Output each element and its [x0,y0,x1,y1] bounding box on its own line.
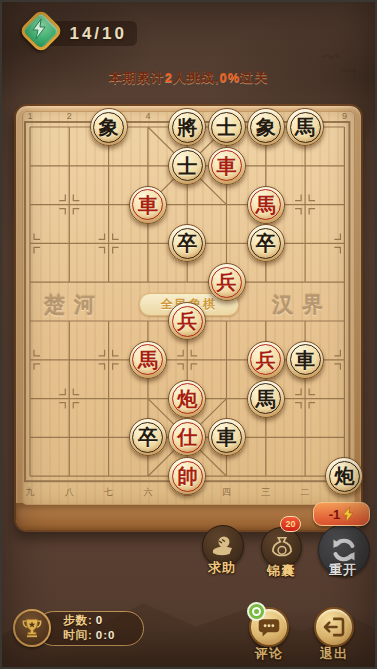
piece-black-將[interactable]: 將 [168,108,206,146]
stats-suffix: 过关 [240,70,268,85]
board-surface[interactable]: 楚河 汉界 全民象棋 123456789 九八七六五四三二一 象將士象馬士車車馬… [22,111,355,505]
piece-char: 仕 [177,427,197,447]
board-col-label: 9 [337,111,351,121]
money-bag-icon [269,534,295,561]
piece-black-象[interactable]: 象 [247,108,285,146]
exit-label: 退出 [308,645,360,663]
energy-gem-icon [17,7,61,51]
piece-red-兵[interactable]: 兵 [168,302,206,340]
restart-cost-value: -1 [329,507,341,522]
piece-red-馬[interactable]: 馬 [129,341,167,379]
board-row-label: 七 [102,486,116,499]
exit-door-icon [322,615,346,639]
board-row-label: 二 [298,486,312,499]
piece-char: 馬 [138,350,158,370]
piece-black-馬[interactable]: 馬 [247,380,285,418]
river-label-left: 楚河 [44,291,104,315]
piece-black-卒[interactable]: 卒 [247,224,285,262]
piece-char: 炮 [334,466,354,486]
tips-count-badge: 20 [280,516,301,532]
piece-red-馬[interactable]: 馬 [247,186,285,224]
piece-red-兵[interactable]: 兵 [208,263,246,301]
piece-char: 卒 [256,233,276,253]
piece-black-象[interactable]: 象 [90,108,128,146]
piece-char: 兵 [177,311,197,331]
restart-cost-badge: -1 [313,502,370,526]
piece-char: 將 [177,117,197,137]
river-label-right: 汉界 [272,291,332,315]
piece-char: 馬 [256,389,276,409]
piece-red-炮[interactable]: 炮 [168,380,206,418]
piece-char: 象 [99,117,119,137]
piece-char: 馬 [256,195,276,215]
time-label: 时间: [63,629,93,641]
board-col-label: 1 [23,111,37,121]
piece-char: 車 [217,156,237,176]
piece-char: 馬 [295,117,315,137]
piece-char: 卒 [138,427,158,447]
board-ledge [16,503,361,530]
piece-char: 士 [217,117,237,137]
stats-count: 2 [165,70,173,85]
board-row-label: 六 [141,486,155,499]
level-counter-text: 14/10 [69,24,127,44]
trophy-badge [13,609,51,647]
exit-button[interactable] [314,607,354,647]
piece-char: 兵 [217,272,237,292]
piece-red-車[interactable]: 車 [208,147,246,185]
piece-char: 士 [177,156,197,176]
app-screen: 14/10 本期累计2人挑战,0%过关 楚河 汉界 全民象棋 123456789… [0,0,377,669]
xiangqi-board: 楚河 汉界 全民象棋 123456789 九八七六五四三二一 象將士象馬士車車馬… [14,104,363,532]
piece-black-士[interactable]: 士 [168,147,206,185]
game-stats-pill: 步数:0 时间:0:0 [36,611,144,646]
help-label: 求助 [196,559,248,577]
board-col-label: 2 [62,111,76,121]
lightning-icon [30,18,48,40]
steps-label: 步数: [63,614,93,626]
challenge-stats: 本期累计2人挑战,0%过关 [0,69,377,87]
piece-black-士[interactable]: 士 [208,108,246,146]
comment-online-badge [247,602,266,621]
piece-char: 帥 [177,466,197,486]
piece-red-車[interactable]: 車 [129,186,167,224]
stats-mid: 人挑战, [173,70,220,85]
trophy-icon [21,617,43,639]
time-value: 0:0 [96,629,116,641]
piece-char: 車 [295,350,315,370]
restart-label: 重开 [319,561,367,579]
board-row-label: 三 [259,486,273,499]
tips-label: 锦囊 [255,562,307,580]
hands-salute-icon [210,533,236,559]
piece-char: 車 [138,195,158,215]
board-col-label: 4 [141,111,155,121]
stats-prefix: 本期累计 [109,70,165,85]
piece-black-車[interactable]: 車 [208,418,246,456]
piece-char: 兵 [256,350,276,370]
piece-black-車[interactable]: 車 [286,341,324,379]
time-row: 时间:0:0 [63,629,143,643]
steps-row: 步数:0 [63,614,143,628]
steps-value: 0 [96,614,103,626]
board-row-label: 八 [62,486,76,499]
piece-char: 炮 [177,389,197,409]
energy-bolt-icon [343,507,354,522]
piece-char: 卒 [177,233,197,253]
comment-label: 评论 [243,645,295,663]
board-row-label: 九 [23,486,37,499]
piece-black-馬[interactable]: 馬 [286,108,324,146]
piece-red-兵[interactable]: 兵 [247,341,285,379]
piece-char: 象 [256,117,276,137]
board-row-label: 四 [220,486,234,499]
piece-char: 車 [217,427,237,447]
stats-percent: 0% [220,70,241,85]
